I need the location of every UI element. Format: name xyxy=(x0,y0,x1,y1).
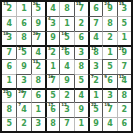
cage-sum-clue: 7 xyxy=(18,103,21,107)
solution-digit: 3 xyxy=(36,120,42,128)
cell-r6c7[interactable]: 27 xyxy=(88,74,102,88)
cage-sum-clue: 12 xyxy=(119,75,124,79)
cell-r7c6[interactable]: 4 xyxy=(74,88,88,102)
solution-digit: 7 xyxy=(79,5,85,13)
cell-r8c3[interactable]: 1 xyxy=(31,102,45,116)
cell-r2c7[interactable]: 7 xyxy=(88,16,102,30)
cell-r1c2[interactable]: 1 xyxy=(16,2,30,16)
cell-r8c5[interactable]: 312 xyxy=(59,102,73,116)
cell-r3c4[interactable]: 9 xyxy=(45,31,59,45)
cage-sum-clue: 14 xyxy=(61,32,66,36)
cell-r9c8[interactable]: 4 xyxy=(102,117,116,131)
solution-digit: 4 xyxy=(50,5,56,13)
solution-digit: 8 xyxy=(6,106,12,114)
solution-digit: 8 xyxy=(21,34,27,42)
cell-r2c5[interactable]: 1 xyxy=(59,16,73,30)
cell-r7c8[interactable]: 3 xyxy=(102,88,116,102)
cage-sum-clue: 19 xyxy=(104,103,109,107)
cell-r1c5[interactable]: 8 xyxy=(59,2,73,16)
cage-sum-clue: 21 xyxy=(119,47,124,51)
cell-r9c7[interactable]: 9 xyxy=(88,117,102,131)
solution-digit: 6 xyxy=(6,63,12,71)
cell-r4c7[interactable]: 812 xyxy=(88,45,102,59)
cell-r7c3[interactable]: 6 xyxy=(31,88,45,102)
cell-r7c7[interactable]: 1 xyxy=(88,88,102,102)
cell-r5c2[interactable]: 9 xyxy=(16,59,30,73)
cell-r3c1[interactable]: 318 xyxy=(2,31,16,45)
solution-digit: 3 xyxy=(107,92,113,100)
solution-digit: 1 xyxy=(21,5,27,13)
solution-digit: 8 xyxy=(50,120,56,128)
cell-r6c2[interactable]: 3 xyxy=(16,74,30,88)
cage-sum-clue: 9 xyxy=(104,75,107,79)
solution-digit: 9 xyxy=(79,106,85,114)
solution-digit: 2 xyxy=(93,77,99,85)
cell-r6c6[interactable]: 5 xyxy=(74,74,88,88)
cell-r7c2[interactable]: 720 xyxy=(16,88,30,102)
cell-r9c3[interactable]: 3 xyxy=(31,117,45,131)
solution-digit: 8 xyxy=(122,92,128,100)
cage-sum-clue: 26 xyxy=(33,2,38,6)
cage-sum-clue: 12 xyxy=(61,103,66,107)
cell-r4c4[interactable]: 23 xyxy=(45,45,59,59)
cell-r5c9[interactable]: 7 xyxy=(117,59,131,73)
cell-r1c8[interactable]: 924 xyxy=(102,2,116,16)
cell-r9c2[interactable]: 2 xyxy=(16,117,30,131)
solution-digit: 4 xyxy=(93,34,99,42)
solution-digit: 2 xyxy=(6,5,12,13)
cell-r6c4[interactable]: 716 xyxy=(45,74,59,88)
cage-sum-clue: 22 xyxy=(3,90,8,94)
cage-sum-clue: 4 xyxy=(48,17,51,21)
cell-r7c5[interactable]: 2 xyxy=(59,88,73,102)
solution-digit: 9 xyxy=(50,34,56,42)
solution-digit: 1 xyxy=(6,77,12,85)
solution-digit: 7 xyxy=(122,63,128,71)
cell-r5c1[interactable]: 6 xyxy=(2,59,16,73)
solution-digit: 2 xyxy=(107,34,113,42)
cell-r7c1[interactable]: 922 xyxy=(2,88,16,102)
solution-digit: 5 xyxy=(107,63,113,71)
cell-r3c8[interactable]: 2 xyxy=(102,31,116,45)
cell-r8c7[interactable]: 522 xyxy=(88,102,102,116)
solution-digit: 4 xyxy=(79,92,85,100)
cage-sum-clue: 15 xyxy=(119,2,124,6)
cell-r5c6[interactable]: 8 xyxy=(74,59,88,73)
cell-r6c9[interactable]: 412 xyxy=(117,74,131,88)
solution-digit: 1 xyxy=(50,63,56,71)
cell-r2c3[interactable]: 9 xyxy=(31,16,45,30)
cage-sum-clue: 7 xyxy=(91,75,94,79)
cell-r1c3[interactable]: 526 xyxy=(31,2,45,16)
cage-sum-clue: 15 xyxy=(76,2,81,6)
cell-r8c9[interactable]: 2 xyxy=(117,102,131,116)
solution-digit: 3 xyxy=(50,20,56,28)
cell-r1c4[interactable]: 4 xyxy=(45,2,59,16)
cell-r9c4[interactable]: 8 xyxy=(45,117,59,131)
solution-digit: 4 xyxy=(64,63,70,71)
solution-digit: 9 xyxy=(36,20,42,28)
cell-r2c2[interactable]: 6 xyxy=(16,16,30,30)
solution-digit: 4 xyxy=(107,120,113,128)
killer-sudoku-board: 2131526487156924315469341278531887209514… xyxy=(0,0,133,133)
cage-sum-clue: 22 xyxy=(91,103,96,107)
cage-sum-clue: 13 xyxy=(3,2,8,6)
solution-digit: 3 xyxy=(21,77,27,85)
solution-digit: 8 xyxy=(79,63,85,71)
solution-digit: 2 xyxy=(79,20,85,28)
solution-digit: 8 xyxy=(36,77,42,85)
solution-digit: 6 xyxy=(36,92,42,100)
cell-r9c9[interactable]: 6 xyxy=(117,117,131,131)
cell-r9c1[interactable]: 5 xyxy=(2,117,16,131)
solution-digit: 1 xyxy=(36,106,42,114)
cage-sum-clue: 20 xyxy=(18,90,23,94)
cell-r2c1[interactable]: 4 xyxy=(2,16,16,30)
cell-r5c8[interactable]: 5 xyxy=(102,59,116,73)
cage-sum-clue: 18 xyxy=(3,32,8,36)
cell-r8c2[interactable]: 47 xyxy=(16,102,30,116)
solution-digit: 6 xyxy=(93,5,99,13)
cell-r8c1[interactable]: 8 xyxy=(2,102,16,116)
cell-r4c9[interactable]: 921 xyxy=(117,45,131,59)
solution-digit: 1 xyxy=(93,92,99,100)
solution-digit: 5 xyxy=(50,92,56,100)
solution-digit: 1 xyxy=(64,20,70,28)
solution-digit: 2 xyxy=(122,106,128,114)
cage-sum-clue: 23 xyxy=(61,47,66,51)
cell-r5c7[interactable]: 3 xyxy=(88,59,102,73)
solution-digit: 6 xyxy=(79,34,85,42)
cell-r7c4[interactable]: 5 xyxy=(45,88,59,102)
cage-sum-clue: 21 xyxy=(18,47,23,51)
cell-r4c2[interactable]: 521 xyxy=(16,45,30,59)
cage-sum-clue: 17 xyxy=(48,103,53,107)
cell-r2c9[interactable]: 5 xyxy=(117,16,131,30)
cage-sum-clue: 13 xyxy=(33,60,38,64)
solution-digit: 9 xyxy=(21,63,27,71)
cell-r5c4[interactable]: 1 xyxy=(45,59,59,73)
cell-r8c6[interactable]: 9 xyxy=(74,102,88,116)
cage-sum-clue: 12 xyxy=(91,47,96,51)
cell-r1c1[interactable]: 213 xyxy=(2,2,16,16)
cell-r1c6[interactable]: 715 xyxy=(74,2,88,16)
cell-r8c8[interactable]: 719 xyxy=(102,102,116,116)
cage-sum-clue: 20 xyxy=(33,32,38,36)
cell-r6c8[interactable]: 69 xyxy=(102,74,116,88)
solution-digit: 1 xyxy=(107,49,113,57)
cell-r7c9[interactable]: 8 xyxy=(117,88,131,102)
cell-r6c3[interactable]: 8 xyxy=(31,74,45,88)
solution-digit: 5 xyxy=(122,20,128,28)
solution-digit: 4 xyxy=(36,49,42,57)
cell-r1c9[interactable]: 315 xyxy=(117,2,131,16)
solution-digit: 6 xyxy=(122,120,128,128)
solution-digit: 9 xyxy=(93,120,99,128)
cell-r3c9[interactable]: 1 xyxy=(117,31,131,45)
cell-r8c4[interactable]: 617 xyxy=(45,102,59,116)
cell-r9c5[interactable]: 7 xyxy=(59,117,73,131)
cage-sum-clue: 3 xyxy=(48,47,51,51)
cell-r4c1[interactable]: 7 xyxy=(2,45,16,59)
solution-digit: 9 xyxy=(64,77,70,85)
solution-digit: 3 xyxy=(122,5,128,13)
cell-r5c5[interactable]: 4 xyxy=(59,59,73,73)
cell-r6c1[interactable]: 1 xyxy=(2,74,16,88)
solution-digit: 2 xyxy=(21,120,27,128)
cage-sum-clue: 24 xyxy=(104,2,109,6)
solution-digit: 3 xyxy=(93,63,99,71)
solution-digit: 1 xyxy=(79,120,85,128)
solution-digit: 5 xyxy=(36,5,42,13)
cage-sum-clue: 16 xyxy=(48,75,53,79)
solution-digit: 7 xyxy=(6,49,12,57)
cell-r4c3[interactable]: 4 xyxy=(31,45,45,59)
solution-digit: 5 xyxy=(79,77,85,85)
solution-digit: 7 xyxy=(93,20,99,28)
cell-r1c7[interactable]: 6 xyxy=(88,2,102,16)
solution-digit: 2 xyxy=(50,49,56,57)
cell-r3c7[interactable]: 4 xyxy=(88,31,102,45)
cell-r2c6[interactable]: 2 xyxy=(74,16,88,30)
cell-r4c8[interactable]: 1 xyxy=(102,45,116,59)
cell-r3c6[interactable]: 6 xyxy=(74,31,88,45)
cell-r5c3[interactable]: 213 xyxy=(31,59,45,73)
cell-r2c8[interactable]: 8 xyxy=(102,16,116,30)
cell-r3c5[interactable]: 514 xyxy=(59,31,73,45)
cell-r4c6[interactable]: 3 xyxy=(74,45,88,59)
cell-r9c6[interactable]: 1 xyxy=(74,117,88,131)
solution-digit: 6 xyxy=(21,20,27,28)
solution-digit: 8 xyxy=(64,5,70,13)
solution-digit: 8 xyxy=(107,20,113,28)
solution-digit: 1 xyxy=(122,34,128,42)
cell-r3c2[interactable]: 8 xyxy=(16,31,30,45)
solution-digit: 3 xyxy=(79,49,85,57)
solution-digit: 4 xyxy=(6,20,12,28)
solution-digit: 4 xyxy=(21,106,27,114)
cell-r3c3[interactable]: 720 xyxy=(31,31,45,45)
solution-digit: 2 xyxy=(64,92,70,100)
solution-digit: 9 xyxy=(107,5,113,13)
solution-digit: 6 xyxy=(107,77,113,85)
cell-r4c5[interactable]: 623 xyxy=(59,45,73,59)
cell-r2c4[interactable]: 34 xyxy=(45,16,59,30)
solution-digit: 5 xyxy=(6,120,12,128)
cell-r6c5[interactable]: 9 xyxy=(59,74,73,88)
solution-digit: 7 xyxy=(64,120,70,128)
